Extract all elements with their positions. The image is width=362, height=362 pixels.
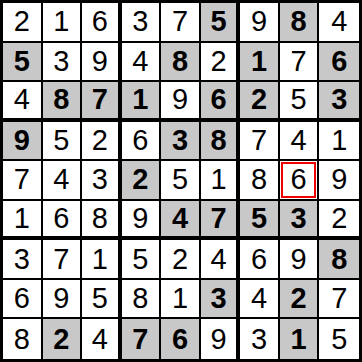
sudoku-cell[interactable]: 6 bbox=[122, 122, 162, 162]
sudoku-cell[interactable]: 2 bbox=[82, 122, 122, 162]
sudoku-cell[interactable]: 6 bbox=[43, 201, 83, 241]
sudoku-cell[interactable]: 5 bbox=[122, 240, 162, 280]
sudoku-cell[interactable]: 8 bbox=[280, 3, 320, 43]
sudoku-cell[interactable]: 5 bbox=[240, 201, 280, 241]
sudoku-cell[interactable]: 3 bbox=[82, 161, 122, 201]
sudoku-cell[interactable]: 6 bbox=[240, 240, 280, 280]
sudoku-cell[interactable]: 9 bbox=[240, 3, 280, 43]
sudoku-cell[interactable]: 1 bbox=[240, 43, 280, 83]
sudoku-cell[interactable]: 4 bbox=[240, 280, 280, 320]
sudoku-cell[interactable]: 5 bbox=[43, 122, 83, 162]
sudoku-cell[interactable]: 2 bbox=[161, 240, 201, 280]
sudoku-cell[interactable]: 7 bbox=[161, 3, 201, 43]
sudoku-cell[interactable]: 4 bbox=[43, 161, 83, 201]
sudoku-cell[interactable]: 9 bbox=[201, 319, 241, 359]
sudoku-cell[interactable]: 1 bbox=[319, 122, 359, 162]
sudoku-cell[interactable]: 4 bbox=[319, 3, 359, 43]
sudoku-board: 2163759845394821764871962539526387417432… bbox=[0, 0, 362, 362]
sudoku-cell[interactable]: 3 bbox=[201, 280, 241, 320]
sudoku-cell[interactable]: 7 bbox=[122, 319, 162, 359]
sudoku-cell[interactable]: 6 bbox=[319, 43, 359, 83]
sudoku-cell[interactable]: 7 bbox=[280, 43, 320, 83]
sudoku-cell[interactable]: 3 bbox=[43, 43, 83, 83]
sudoku-cell[interactable]: 4 bbox=[82, 319, 122, 359]
sudoku-cell[interactable]: 2 bbox=[201, 43, 241, 83]
sudoku-cell[interactable]: 8 bbox=[161, 43, 201, 83]
sudoku-cell-selected[interactable]: 6 bbox=[280, 161, 320, 201]
sudoku-cell[interactable]: 2 bbox=[280, 280, 320, 320]
sudoku-cell[interactable]: 8 bbox=[240, 161, 280, 201]
sudoku-cell[interactable]: 8 bbox=[43, 82, 83, 122]
sudoku-cell[interactable]: 8 bbox=[82, 201, 122, 241]
sudoku-cell[interactable]: 9 bbox=[82, 43, 122, 83]
sudoku-cell[interactable]: 2 bbox=[122, 161, 162, 201]
sudoku-cell[interactable]: 1 bbox=[43, 3, 83, 43]
sudoku-cell[interactable]: 6 bbox=[82, 3, 122, 43]
sudoku-cell[interactable]: 9 bbox=[319, 161, 359, 201]
sudoku-cell[interactable]: 7 bbox=[3, 161, 43, 201]
sudoku-cell[interactable]: 3 bbox=[122, 3, 162, 43]
sudoku-cell[interactable]: 8 bbox=[201, 122, 241, 162]
sudoku-cell[interactable]: 6 bbox=[161, 319, 201, 359]
sudoku-cell[interactable]: 9 bbox=[280, 240, 320, 280]
sudoku-cell[interactable]: 6 bbox=[3, 280, 43, 320]
sudoku-cell[interactable]: 8 bbox=[122, 280, 162, 320]
sudoku-cell[interactable]: 1 bbox=[3, 201, 43, 241]
sudoku-cell[interactable]: 3 bbox=[319, 82, 359, 122]
sudoku-cell[interactable]: 4 bbox=[280, 122, 320, 162]
sudoku-cell[interactable]: 5 bbox=[82, 280, 122, 320]
sudoku-cell[interactable]: 7 bbox=[82, 82, 122, 122]
sudoku-cell[interactable]: 5 bbox=[319, 319, 359, 359]
sudoku-cell[interactable]: 5 bbox=[280, 82, 320, 122]
sudoku-cell[interactable]: 2 bbox=[3, 3, 43, 43]
sudoku-cell[interactable]: 8 bbox=[319, 240, 359, 280]
sudoku-cell[interactable]: 4 bbox=[3, 82, 43, 122]
sudoku-cell[interactable]: 2 bbox=[240, 82, 280, 122]
sudoku-cell[interactable]: 9 bbox=[43, 280, 83, 320]
sudoku-cell[interactable]: 2 bbox=[43, 319, 83, 359]
sudoku-cell[interactable]: 3 bbox=[3, 240, 43, 280]
sudoku-cell[interactable]: 8 bbox=[3, 319, 43, 359]
sudoku-cell[interactable]: 7 bbox=[201, 201, 241, 241]
sudoku-cell[interactable]: 1 bbox=[201, 161, 241, 201]
sudoku-cell[interactable]: 1 bbox=[82, 240, 122, 280]
sudoku-cell[interactable]: 1 bbox=[280, 319, 320, 359]
sudoku-app: 2163759845394821764871962539526387417432… bbox=[0, 0, 362, 362]
sudoku-cell[interactable]: 9 bbox=[122, 201, 162, 241]
sudoku-cell[interactable]: 6 bbox=[201, 82, 241, 122]
sudoku-cell[interactable]: 1 bbox=[161, 280, 201, 320]
sudoku-cell[interactable]: 5 bbox=[201, 3, 241, 43]
sudoku-cell[interactable]: 7 bbox=[240, 122, 280, 162]
sudoku-cell[interactable]: 5 bbox=[161, 161, 201, 201]
sudoku-cell[interactable]: 4 bbox=[201, 240, 241, 280]
sudoku-cell[interactable]: 2 bbox=[319, 201, 359, 241]
sudoku-cell[interactable]: 3 bbox=[280, 201, 320, 241]
sudoku-cell[interactable]: 9 bbox=[3, 122, 43, 162]
sudoku-cell[interactable]: 5 bbox=[3, 43, 43, 83]
sudoku-cell[interactable]: 1 bbox=[122, 82, 162, 122]
sudoku-cell[interactable]: 4 bbox=[161, 201, 201, 241]
sudoku-cell[interactable]: 4 bbox=[122, 43, 162, 83]
sudoku-cell[interactable]: 7 bbox=[43, 240, 83, 280]
sudoku-cell[interactable]: 9 bbox=[161, 82, 201, 122]
sudoku-cell[interactable]: 7 bbox=[319, 280, 359, 320]
sudoku-cell[interactable]: 3 bbox=[240, 319, 280, 359]
sudoku-cell[interactable]: 3 bbox=[161, 122, 201, 162]
